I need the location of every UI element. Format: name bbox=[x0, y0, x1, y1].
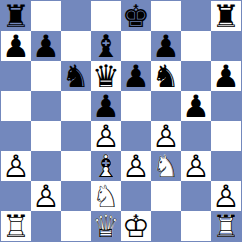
square-a8[interactable]: ♜ bbox=[1, 1, 31, 31]
piece-black-bishop-d7[interactable]: ♝ bbox=[91, 31, 121, 61]
square-f3[interactable]: ♞♘ bbox=[151, 151, 181, 181]
black-pawn-icon: ♟ bbox=[211, 61, 241, 91]
piece-white-pawn-d4[interactable]: ♟♙ bbox=[91, 121, 121, 151]
white-pawn-outline-icon: ♙ bbox=[31, 181, 61, 211]
piece-black-rook-a8[interactable]: ♜ bbox=[1, 1, 31, 31]
black-pawn-icon: ♟ bbox=[31, 31, 61, 61]
square-b1[interactable] bbox=[31, 211, 61, 241]
square-f6[interactable]: ♞ bbox=[151, 61, 181, 91]
piece-white-rook-h1[interactable]: ♜♖ bbox=[211, 211, 241, 241]
square-d1[interactable]: ♛♕ bbox=[91, 211, 121, 241]
white-bishop-outline-icon: ♗ bbox=[91, 151, 121, 181]
square-g7[interactable] bbox=[181, 31, 211, 61]
piece-white-bishop-d3[interactable]: ♝♗ bbox=[91, 151, 121, 181]
piece-black-pawn-a7[interactable]: ♟ bbox=[1, 31, 31, 61]
piece-black-pawn-g5[interactable]: ♟ bbox=[181, 91, 211, 121]
chess-board-wrap: ♜♚♜♟♟♝♟♞♛♟♞♟♟♟♟♙♟♙♟♙♝♗♟♙♞♘♟♙♟♙♞♘♟♙♜♖♛♕♚♔… bbox=[0, 0, 242, 242]
white-king-outline-icon: ♔ bbox=[121, 211, 151, 241]
square-d6[interactable]: ♛ bbox=[91, 61, 121, 91]
white-knight-outline-icon: ♘ bbox=[151, 151, 181, 181]
piece-white-pawn-g3[interactable]: ♟♙ bbox=[181, 151, 211, 181]
square-g1[interactable] bbox=[181, 211, 211, 241]
square-a3[interactable]: ♟♙ bbox=[1, 151, 31, 181]
square-d4[interactable]: ♟♙ bbox=[91, 121, 121, 151]
square-d5[interactable]: ♟ bbox=[91, 91, 121, 121]
square-b4[interactable] bbox=[31, 121, 61, 151]
chess-board: ♜♚♜♟♟♝♟♞♛♟♞♟♟♟♟♙♟♙♟♙♝♗♟♙♞♘♟♙♟♙♞♘♟♙♜♖♛♕♚♔… bbox=[0, 0, 242, 242]
white-knight-outline-icon: ♘ bbox=[91, 181, 121, 211]
square-c6[interactable]: ♞ bbox=[61, 61, 91, 91]
black-rook-icon: ♜ bbox=[211, 1, 241, 31]
piece-white-pawn-a3[interactable]: ♟♙ bbox=[1, 151, 31, 181]
piece-white-pawn-b2[interactable]: ♟♙ bbox=[31, 181, 61, 211]
square-g6[interactable] bbox=[181, 61, 211, 91]
square-f2[interactable] bbox=[151, 181, 181, 211]
square-b6[interactable] bbox=[31, 61, 61, 91]
black-pawn-icon: ♟ bbox=[121, 61, 151, 91]
square-a6[interactable] bbox=[1, 61, 31, 91]
square-c8[interactable] bbox=[61, 1, 91, 31]
white-rook-outline-icon: ♖ bbox=[211, 211, 241, 241]
square-d3[interactable]: ♝♗ bbox=[91, 151, 121, 181]
black-queen-icon: ♛ bbox=[91, 61, 121, 91]
white-queen-outline-icon: ♕ bbox=[91, 211, 121, 241]
square-g5[interactable]: ♟ bbox=[181, 91, 211, 121]
white-pawn-outline-icon: ♙ bbox=[211, 181, 241, 211]
piece-white-pawn-f4[interactable]: ♟♙ bbox=[151, 121, 181, 151]
black-bishop-icon: ♝ bbox=[91, 31, 121, 61]
black-pawn-icon: ♟ bbox=[151, 31, 181, 61]
piece-black-pawn-e6[interactable]: ♟ bbox=[121, 61, 151, 91]
piece-black-queen-d6[interactable]: ♛ bbox=[91, 61, 121, 91]
square-e1[interactable]: ♚♔ bbox=[121, 211, 151, 241]
piece-black-pawn-f7[interactable]: ♟ bbox=[151, 31, 181, 61]
square-d2[interactable]: ♞♘ bbox=[91, 181, 121, 211]
square-g2[interactable] bbox=[181, 181, 211, 211]
black-pawn-icon: ♟ bbox=[91, 91, 121, 121]
square-e6[interactable]: ♟ bbox=[121, 61, 151, 91]
white-pawn-outline-icon: ♙ bbox=[1, 151, 31, 181]
square-h8[interactable]: ♜ bbox=[211, 1, 241, 31]
square-e2[interactable] bbox=[121, 181, 151, 211]
piece-black-pawn-h6[interactable]: ♟ bbox=[211, 61, 241, 91]
square-f7[interactable]: ♟ bbox=[151, 31, 181, 61]
square-b3[interactable] bbox=[31, 151, 61, 181]
square-d7[interactable]: ♝ bbox=[91, 31, 121, 61]
piece-black-knight-f6[interactable]: ♞ bbox=[151, 61, 181, 91]
square-c4[interactable] bbox=[61, 121, 91, 151]
piece-white-rook-a1[interactable]: ♜♖ bbox=[1, 211, 31, 241]
black-rook-icon: ♜ bbox=[1, 1, 31, 31]
square-g4[interactable] bbox=[181, 121, 211, 151]
square-a4[interactable] bbox=[1, 121, 31, 151]
square-b8[interactable] bbox=[31, 1, 61, 31]
piece-white-knight-d2[interactable]: ♞♘ bbox=[91, 181, 121, 211]
square-f1[interactable] bbox=[151, 211, 181, 241]
square-e3[interactable]: ♟♙ bbox=[121, 151, 151, 181]
white-pawn-outline-icon: ♙ bbox=[121, 151, 151, 181]
black-pawn-icon: ♟ bbox=[1, 31, 31, 61]
square-f5[interactable] bbox=[151, 91, 181, 121]
square-c1[interactable] bbox=[61, 211, 91, 241]
piece-black-rook-h8[interactable]: ♜ bbox=[211, 1, 241, 31]
square-e8[interactable]: ♚ bbox=[121, 1, 151, 31]
piece-white-king-e1[interactable]: ♚♔ bbox=[121, 211, 151, 241]
square-h6[interactable]: ♟ bbox=[211, 61, 241, 91]
square-a7[interactable]: ♟ bbox=[1, 31, 31, 61]
piece-white-pawn-e3[interactable]: ♟♙ bbox=[121, 151, 151, 181]
square-c2[interactable] bbox=[61, 181, 91, 211]
square-d8[interactable] bbox=[91, 1, 121, 31]
square-f4[interactable]: ♟♙ bbox=[151, 121, 181, 151]
piece-black-knight-c6[interactable]: ♞ bbox=[61, 61, 91, 91]
piece-white-pawn-h2[interactable]: ♟♙ bbox=[211, 181, 241, 211]
white-pawn-outline-icon: ♙ bbox=[91, 121, 121, 151]
square-f8[interactable] bbox=[151, 1, 181, 31]
black-knight-icon: ♞ bbox=[61, 61, 91, 91]
square-c5[interactable] bbox=[61, 91, 91, 121]
square-e4[interactable] bbox=[121, 121, 151, 151]
black-knight-icon: ♞ bbox=[151, 61, 181, 91]
square-b7[interactable]: ♟ bbox=[31, 31, 61, 61]
square-h2[interactable]: ♟♙ bbox=[211, 181, 241, 211]
square-g3[interactable]: ♟♙ bbox=[181, 151, 211, 181]
square-h7[interactable] bbox=[211, 31, 241, 61]
black-king-icon: ♚ bbox=[121, 1, 151, 31]
square-h4[interactable] bbox=[211, 121, 241, 151]
white-pawn-outline-icon: ♙ bbox=[151, 121, 181, 151]
square-a2[interactable] bbox=[1, 181, 31, 211]
piece-white-knight-f3[interactable]: ♞♘ bbox=[151, 151, 181, 181]
square-c3[interactable] bbox=[61, 151, 91, 181]
piece-white-queen-d1[interactable]: ♛♕ bbox=[91, 211, 121, 241]
white-pawn-outline-icon: ♙ bbox=[181, 151, 211, 181]
piece-black-king-e8[interactable]: ♚ bbox=[121, 1, 151, 31]
square-e7[interactable] bbox=[121, 31, 151, 61]
piece-black-pawn-b7[interactable]: ♟ bbox=[31, 31, 61, 61]
square-a1[interactable]: ♜♖ bbox=[1, 211, 31, 241]
square-e5[interactable] bbox=[121, 91, 151, 121]
square-b5[interactable] bbox=[31, 91, 61, 121]
square-b2[interactable]: ♟♙ bbox=[31, 181, 61, 211]
white-rook-outline-icon: ♖ bbox=[1, 211, 31, 241]
square-a5[interactable] bbox=[1, 91, 31, 121]
square-h1[interactable]: ♜♖ bbox=[211, 211, 241, 241]
square-h3[interactable] bbox=[211, 151, 241, 181]
square-g8[interactable] bbox=[181, 1, 211, 31]
piece-black-pawn-d5[interactable]: ♟ bbox=[91, 91, 121, 121]
square-h5[interactable] bbox=[211, 91, 241, 121]
square-c7[interactable] bbox=[61, 31, 91, 61]
black-pawn-icon: ♟ bbox=[181, 91, 211, 121]
